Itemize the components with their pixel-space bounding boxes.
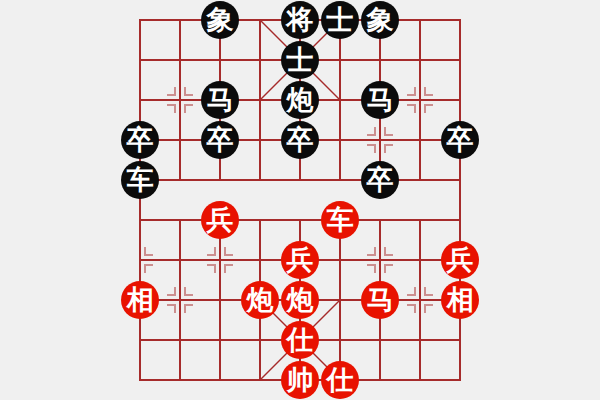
black-horse[interactable]: 马	[361, 81, 399, 119]
black-soldier[interactable]: 卒	[441, 121, 479, 159]
red-horse[interactable]: 马	[361, 281, 399, 319]
red-soldier[interactable]: 兵	[441, 241, 479, 279]
red-advisor[interactable]: 仕	[321, 361, 359, 399]
black-soldier[interactable]: 卒	[201, 121, 239, 159]
red-advisor[interactable]: 仕	[281, 321, 319, 359]
black-soldier[interactable]: 卒	[281, 121, 319, 159]
red-elephant[interactable]: 相	[441, 281, 479, 319]
black-soldier[interactable]: 卒	[361, 161, 399, 199]
red-cannon[interactable]: 炮	[241, 281, 279, 319]
black-elephant[interactable]: 象	[361, 1, 399, 39]
black-elephant[interactable]: 象	[201, 1, 239, 39]
black-soldier[interactable]: 卒	[121, 121, 159, 159]
red-cannon[interactable]: 炮	[281, 281, 319, 319]
red-chariot[interactable]: 车	[321, 201, 359, 239]
black-advisor[interactable]: 士	[321, 1, 359, 39]
red-soldier[interactable]: 兵	[201, 201, 239, 239]
black-chariot[interactable]: 车	[121, 161, 159, 199]
red-general[interactable]: 帅	[281, 361, 319, 399]
red-elephant[interactable]: 相	[121, 281, 159, 319]
black-cannon[interactable]: 炮	[281, 81, 319, 119]
xiangqi-board: 象将士象士马炮马卒卒卒卒车卒兵车兵兵相炮炮马相仕帅仕	[0, 0, 600, 400]
red-soldier[interactable]: 兵	[281, 241, 319, 279]
pieces-layer: 象将士象士马炮马卒卒卒卒车卒兵车兵兵相炮炮马相仕帅仕	[120, 0, 480, 400]
black-general[interactable]: 将	[281, 1, 319, 39]
black-advisor[interactable]: 士	[281, 41, 319, 79]
black-horse[interactable]: 马	[201, 81, 239, 119]
